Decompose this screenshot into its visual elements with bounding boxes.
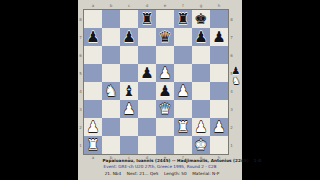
file-label-c: c xyxy=(120,3,138,8)
square-c7: ♟ xyxy=(120,28,138,46)
material-indicator: ♟ ♞ xyxy=(230,66,242,86)
square-f1 xyxy=(174,136,192,154)
square-b8 xyxy=(102,10,120,28)
rank-label-3: 3 xyxy=(229,100,234,118)
black-pawn: ♟ xyxy=(210,28,228,46)
file-label-d: d xyxy=(138,3,156,8)
square-b3 xyxy=(102,100,120,118)
square-d1 xyxy=(138,136,156,154)
square-f5 xyxy=(174,64,192,82)
file-label-b: b xyxy=(102,3,120,8)
square-g8: ♚ xyxy=(192,10,210,28)
event-line: Event: GRE-ch U20 27th, Greece 1995, Rou… xyxy=(103,164,218,168)
white-knight: ♞ xyxy=(102,82,120,100)
square-f8: ♜ xyxy=(174,10,192,28)
square-h4 xyxy=(210,82,228,100)
rank-label-7: 7 xyxy=(78,28,83,46)
square-h5 xyxy=(210,64,228,82)
white-pawn: ♟ xyxy=(156,64,174,82)
square-c4: ♝ xyxy=(120,82,138,100)
square-a6 xyxy=(84,46,102,64)
square-a7: ♟ xyxy=(84,28,102,46)
rank-label-6: 6 xyxy=(229,46,234,64)
rank-label-8: 8 xyxy=(229,10,234,28)
file-label-e: e xyxy=(156,3,174,8)
square-a5 xyxy=(84,64,102,82)
white-pawn: ♟ xyxy=(210,118,228,136)
square-c3: ♟ xyxy=(120,100,138,118)
video-frame: abcdefgh 87654321 ♜♜♚♟♟♛♟♟♟♟♞♝♟♟♟♛♟♜♟♟♜♚… xyxy=(0,0,320,180)
square-b4: ♞ xyxy=(102,82,120,100)
rank-label-7: 7 xyxy=(229,28,234,46)
rank-labels-left: 87654321 xyxy=(78,10,83,154)
square-g4 xyxy=(192,82,210,100)
square-g1: ♚ xyxy=(192,136,210,154)
square-b7 xyxy=(102,28,120,46)
square-b5 xyxy=(102,64,120,82)
next-move: Next: 21... Qe5 xyxy=(127,170,159,175)
rank-label-1: 1 xyxy=(78,136,83,154)
white-rook: ♜ xyxy=(84,136,102,154)
white-extra-knight-icon: ♞ xyxy=(232,76,241,86)
square-e1 xyxy=(156,136,174,154)
square-b2 xyxy=(102,118,120,136)
square-e7: ♛ xyxy=(156,28,174,46)
black-queen: ♛ xyxy=(156,28,174,46)
black-pawn: ♟ xyxy=(138,64,156,82)
square-g7: ♟ xyxy=(192,28,210,46)
square-a3 xyxy=(84,100,102,118)
black-rook: ♜ xyxy=(174,10,192,28)
square-c1 xyxy=(120,136,138,154)
square-a8 xyxy=(84,10,102,28)
square-d7 xyxy=(138,28,156,46)
square-d3 xyxy=(138,100,156,118)
black-bishop: ♝ xyxy=(120,82,138,100)
rank-label-4: 4 xyxy=(78,82,83,100)
white-queen: ♛ xyxy=(156,100,174,118)
square-d2 xyxy=(138,118,156,136)
game-caption: Papaioannou, Ioannis (2445) -- Hadjimano… xyxy=(78,158,242,177)
file-labels-top: abcdefgh xyxy=(84,3,228,8)
chess-gui-panel: abcdefgh 87654321 ♜♜♚♟♟♛♟♟♟♟♞♝♟♟♟♛♟♜♟♟♜♚… xyxy=(78,0,242,180)
white-pawn: ♟ xyxy=(174,82,192,100)
square-f2: ♜ xyxy=(174,118,192,136)
square-b6 xyxy=(102,46,120,64)
square-h6 xyxy=(210,46,228,64)
players-line: Papaioannou, Ioannis (2445) -- Hadjimano… xyxy=(103,158,218,162)
square-f6 xyxy=(174,46,192,64)
rank-label-2: 2 xyxy=(229,118,234,136)
moves-line: 21. Nb4 Next: 21... Qe5 Length: 50 Mater… xyxy=(103,171,218,175)
black-pawn: ♟ xyxy=(156,82,174,100)
square-e2 xyxy=(156,118,174,136)
board: ♜♜♚♟♟♛♟♟♟♟♞♝♟♟♟♛♟♜♟♟♜♚ xyxy=(84,10,228,154)
square-f3 xyxy=(174,100,192,118)
white-pawn: ♟ xyxy=(120,100,138,118)
square-e3: ♛ xyxy=(156,100,174,118)
square-d6 xyxy=(138,46,156,64)
square-a1: ♜ xyxy=(84,136,102,154)
square-h2: ♟ xyxy=(210,118,228,136)
file-label-g: g xyxy=(192,3,210,8)
rank-label-3: 3 xyxy=(78,100,83,118)
square-e4: ♟ xyxy=(156,82,174,100)
square-a2: ♟ xyxy=(84,118,102,136)
square-h8 xyxy=(210,10,228,28)
file-label-a: a xyxy=(84,3,102,8)
square-d4 xyxy=(138,82,156,100)
square-h1 xyxy=(210,136,228,154)
square-g5 xyxy=(192,64,210,82)
square-e5: ♟ xyxy=(156,64,174,82)
square-e6 xyxy=(156,46,174,64)
square-f7 xyxy=(174,28,192,46)
white-king: ♚ xyxy=(192,136,210,154)
black-rook: ♜ xyxy=(138,10,156,28)
square-b1 xyxy=(102,136,120,154)
square-c2 xyxy=(120,118,138,136)
square-h7: ♟ xyxy=(210,28,228,46)
rank-label-1: 1 xyxy=(229,136,234,154)
square-d5: ♟ xyxy=(138,64,156,82)
game-length: Length: 50 xyxy=(164,170,187,175)
square-c6 xyxy=(120,46,138,64)
file-label-h: h xyxy=(210,3,228,8)
rank-label-2: 2 xyxy=(78,118,83,136)
game-result: 1-0 xyxy=(254,157,262,162)
black-pawn: ♟ xyxy=(192,28,210,46)
move-played: 21. Nb4 xyxy=(105,170,122,175)
square-e8 xyxy=(156,10,174,28)
black-pawn: ♟ xyxy=(120,28,138,46)
black-king: ♚ xyxy=(192,10,210,28)
rank-label-5: 5 xyxy=(78,64,83,82)
player-names: Papaioannou, Ioannis (2445) -- Hadjimano… xyxy=(103,157,249,162)
square-c5 xyxy=(120,64,138,82)
square-d8: ♜ xyxy=(138,10,156,28)
white-pawn: ♟ xyxy=(192,118,210,136)
square-g3 xyxy=(192,100,210,118)
square-c8 xyxy=(120,10,138,28)
white-rook: ♜ xyxy=(174,118,192,136)
white-pawn: ♟ xyxy=(84,118,102,136)
rank-label-8: 8 xyxy=(78,10,83,28)
black-pawn: ♟ xyxy=(84,28,102,46)
square-h3 xyxy=(210,100,228,118)
square-a4 xyxy=(84,82,102,100)
rank-label-6: 6 xyxy=(78,46,83,64)
square-g2: ♟ xyxy=(192,118,210,136)
square-f4: ♟ xyxy=(174,82,192,100)
square-g6 xyxy=(192,46,210,64)
file-label-f: f xyxy=(174,3,192,8)
material-label: Material: N-P xyxy=(192,170,219,175)
